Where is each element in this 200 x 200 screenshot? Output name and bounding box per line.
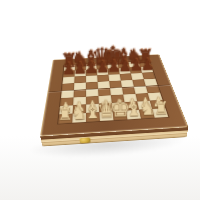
square-c7: ♟ xyxy=(86,69,97,76)
square-a5 xyxy=(62,83,74,91)
square-c1: ♝ xyxy=(86,112,100,122)
chess-board: ♜♞♝♛♚♝♞♜♟♟♟♟♟♟♟♟♟♟♟♟♟♟♟♟♜♞♝♛♚♝♞♜ xyxy=(40,54,188,136)
square-a1: ♜ xyxy=(58,114,72,124)
black-pawn-a7: ♟ xyxy=(61,61,75,77)
square-a7: ♟ xyxy=(63,71,75,78)
square-d5 xyxy=(98,81,110,88)
chess-set-product-photo: ♜♞♝♛♚♝♞♜♟♟♟♟♟♟♟♟♟♟♟♟♟♟♟♟♜♞♝♛♚♝♞♜ xyxy=(0,0,200,200)
square-b7: ♟ xyxy=(75,70,86,77)
folding-chess-box: ♜♞♝♛♚♝♞♜♟♟♟♟♟♟♟♟♟♟♟♟♟♟♟♟♜♞♝♛♚♝♞♜ xyxy=(40,54,188,136)
white-rook-a1: ♜ xyxy=(57,106,73,124)
board-grid: ♜♞♝♛♚♝♞♜♟♟♟♟♟♟♟♟♟♟♟♟♟♟♟♟♜♞♝♛♚♝♞♜ xyxy=(57,60,170,124)
square-b1: ♞ xyxy=(72,113,86,123)
square-g6 xyxy=(131,73,144,80)
square-b4 xyxy=(74,89,86,97)
square-g4 xyxy=(134,86,148,94)
perspective-wrapper: ♜♞♝♛♚♝♞♜♟♟♟♟♟♟♟♟♟♟♟♟♟♟♟♟♜♞♝♛♚♝♞♜ xyxy=(48,26,172,150)
brass-clasp-icon xyxy=(80,137,91,143)
